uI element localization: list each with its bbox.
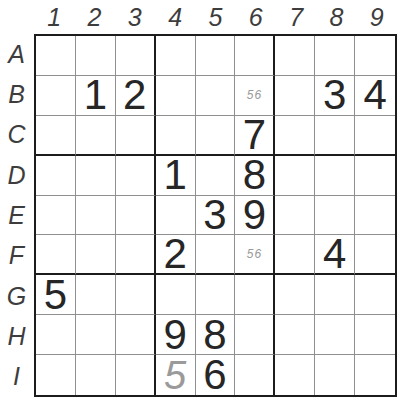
cell-D1[interactable] [36,156,76,196]
cell-F3[interactable] [116,235,156,275]
cell-F9[interactable] [355,235,395,275]
cell-I8[interactable] [315,355,355,395]
cell-A8[interactable] [315,36,355,76]
cell-G6[interactable] [235,275,275,315]
cell-A6[interactable] [235,36,275,76]
cell-E7[interactable] [275,196,315,236]
cell-F8[interactable]: 4 [315,235,355,275]
cell-H9[interactable] [355,315,395,355]
cell-C2[interactable] [76,116,116,156]
row-label-E: E [0,195,33,235]
cell-G1[interactable]: 5 [36,275,76,315]
cell-F1[interactable] [36,235,76,275]
col-label-7: 7 [276,0,316,33]
cell-A5[interactable] [196,36,236,76]
cell-E9[interactable] [355,196,395,236]
cell-A9[interactable] [355,36,395,76]
cell-E6[interactable]: 9 [235,196,275,236]
cell-C9[interactable] [355,116,395,156]
cell-C3[interactable] [116,116,156,156]
cell-A4[interactable] [156,36,196,76]
cell-G3[interactable] [116,275,156,315]
cell-D5[interactable] [196,156,236,196]
cell-G4[interactable] [156,275,196,315]
cell-A2[interactable] [76,36,116,76]
cell-I2[interactable] [76,355,116,395]
cell-F6[interactable]: 56 [235,235,275,275]
cell-B4[interactable] [156,76,196,116]
col-label-2: 2 [74,0,114,33]
cell-B5[interactable] [196,76,236,116]
cell-A3[interactable] [116,36,156,76]
sudoku-page: 123456789 ABCDEFGHI 12563471839256459856 [0,0,400,401]
cell-C4[interactable] [156,116,196,156]
cell-E5[interactable]: 3 [196,196,236,236]
cell-I9[interactable] [355,355,395,395]
row-label-G: G [0,276,33,316]
cell-H7[interactable] [275,315,315,355]
cell-B7[interactable] [275,76,315,116]
cell-D6[interactable]: 8 [235,156,275,196]
cell-C5[interactable] [196,116,236,156]
cell-C6[interactable]: 7 [235,116,275,156]
cell-A7[interactable] [275,36,315,76]
cell-H6[interactable] [235,315,275,355]
cell-E8[interactable] [315,196,355,236]
cell-D3[interactable] [116,156,156,196]
row-label-I: I [0,357,33,397]
cell-I7[interactable] [275,355,315,395]
cell-E2[interactable] [76,196,116,236]
cell-D9[interactable] [355,156,395,196]
cell-G9[interactable] [355,275,395,315]
cell-F5[interactable] [196,235,236,275]
cell-G8[interactable] [315,275,355,315]
cell-H1[interactable] [36,315,76,355]
row-label-B: B [0,74,33,114]
col-label-6: 6 [236,0,276,33]
cell-H4[interactable]: 9 [156,315,196,355]
sudoku-board: 12563471839256459856 [34,34,397,397]
cell-C8[interactable] [315,116,355,156]
row-labels: ABCDEFGHI [0,34,33,397]
cell-H3[interactable] [116,315,156,355]
row-label-D: D [0,155,33,195]
cell-G5[interactable] [196,275,236,315]
cell-H5[interactable]: 8 [196,315,236,355]
cell-C7[interactable] [275,116,315,156]
cell-I6[interactable] [235,355,275,395]
cell-B6[interactable]: 56 [235,76,275,116]
cell-B9[interactable]: 4 [355,76,395,116]
cell-G2[interactable] [76,275,116,315]
col-label-3: 3 [115,0,155,33]
cell-D4[interactable]: 1 [156,156,196,196]
cell-I1[interactable] [36,355,76,395]
row-label-F: F [0,236,33,276]
cell-D8[interactable] [315,156,355,196]
cell-H8[interactable] [315,315,355,355]
cell-E4[interactable] [156,196,196,236]
column-labels: 123456789 [34,0,397,33]
cell-I3[interactable] [116,355,156,395]
cell-C1[interactable] [36,116,76,156]
col-label-8: 8 [316,0,356,33]
cell-B3[interactable]: 2 [116,76,156,116]
cell-B1[interactable] [36,76,76,116]
cell-D7[interactable] [275,156,315,196]
cell-F4[interactable]: 2 [156,235,196,275]
row-label-C: C [0,115,33,155]
row-label-H: H [0,316,33,356]
cell-A1[interactable] [36,36,76,76]
cell-F7[interactable] [275,235,315,275]
cell-G7[interactable] [275,275,315,315]
col-label-9: 9 [357,0,397,33]
cell-I4[interactable]: 5 [156,355,196,395]
row-label-A: A [0,34,33,74]
col-label-4: 4 [155,0,195,33]
cell-D2[interactable] [76,156,116,196]
col-label-1: 1 [34,0,74,33]
col-label-5: 5 [195,0,235,33]
cell-I5[interactable]: 6 [196,355,236,395]
cell-E3[interactable] [116,196,156,236]
cell-B2[interactable]: 1 [76,76,116,116]
cell-H2[interactable] [76,315,116,355]
cell-B8[interactable]: 3 [315,76,355,116]
cell-E1[interactable] [36,196,76,236]
cell-F2[interactable] [76,235,116,275]
